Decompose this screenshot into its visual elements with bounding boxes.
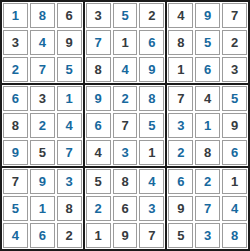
cell-r7c3[interactable]: 3	[57, 169, 82, 194]
cell-r9c5[interactable]: 9	[113, 223, 138, 248]
box-5: 928675431	[85, 85, 166, 166]
cell-r2c7[interactable]: 8	[168, 30, 193, 55]
cell-r4c7[interactable]: 7	[168, 86, 193, 111]
cell-r1c8[interactable]: 9	[195, 3, 220, 28]
cell-r3c6[interactable]: 9	[139, 57, 164, 82]
cell-r9c2[interactable]: 6	[30, 223, 55, 248]
cell-r5c6[interactable]: 5	[139, 113, 164, 138]
cell-r2c8[interactable]: 5	[195, 30, 220, 55]
box-4: 631824957	[2, 85, 83, 166]
cell-r2c1[interactable]: 3	[3, 30, 28, 55]
box-3: 497852163	[167, 2, 248, 83]
cell-r3c2[interactable]: 7	[30, 57, 55, 82]
cell-r3c7[interactable]: 1	[168, 57, 193, 82]
cell-r2c6[interactable]: 6	[139, 30, 164, 55]
box-2: 352716849	[85, 2, 166, 83]
cell-r4c5[interactable]: 2	[113, 86, 138, 111]
cell-r5c3[interactable]: 4	[57, 113, 82, 138]
cell-r3c3[interactable]: 5	[57, 57, 82, 82]
cell-r6c3[interactable]: 7	[57, 140, 82, 165]
cell-r7c6[interactable]: 4	[139, 169, 164, 194]
cell-r2c9[interactable]: 2	[222, 30, 247, 55]
cell-r9c6[interactable]: 7	[139, 223, 164, 248]
cell-r7c9[interactable]: 1	[222, 169, 247, 194]
cell-r9c4[interactable]: 1	[86, 223, 111, 248]
cell-r9c9[interactable]: 8	[222, 223, 247, 248]
cell-r7c1[interactable]: 7	[3, 169, 28, 194]
cell-r8c4[interactable]: 2	[86, 196, 111, 221]
cell-r4c2[interactable]: 3	[30, 86, 55, 111]
cell-r4c4[interactable]: 9	[86, 86, 111, 111]
cell-r2c2[interactable]: 4	[30, 30, 55, 55]
box-7: 793518462	[2, 168, 83, 249]
cell-r8c9[interactable]: 4	[222, 196, 247, 221]
cell-r4c8[interactable]: 4	[195, 86, 220, 111]
cell-r6c5[interactable]: 3	[113, 140, 138, 165]
box-8: 584263197	[85, 168, 166, 249]
box-6: 745319286	[167, 85, 248, 166]
cell-r8c5[interactable]: 6	[113, 196, 138, 221]
cell-r5c7[interactable]: 3	[168, 113, 193, 138]
cell-r2c5[interactable]: 1	[113, 30, 138, 55]
cell-r3c8[interactable]: 6	[195, 57, 220, 82]
cell-r5c5[interactable]: 7	[113, 113, 138, 138]
cell-r4c1[interactable]: 6	[3, 86, 28, 111]
cell-r6c8[interactable]: 8	[195, 140, 220, 165]
cell-r7c2[interactable]: 9	[30, 169, 55, 194]
cell-r6c7[interactable]: 2	[168, 140, 193, 165]
cell-r8c6[interactable]: 3	[139, 196, 164, 221]
cell-r4c3[interactable]: 1	[57, 86, 82, 111]
cell-r7c8[interactable]: 2	[195, 169, 220, 194]
cell-r7c4[interactable]: 5	[86, 169, 111, 194]
cell-r1c3[interactable]: 6	[57, 3, 82, 28]
cell-r1c2[interactable]: 8	[30, 3, 55, 28]
cell-r9c3[interactable]: 2	[57, 223, 82, 248]
cell-r5c8[interactable]: 1	[195, 113, 220, 138]
cell-r7c7[interactable]: 6	[168, 169, 193, 194]
cell-r7c5[interactable]: 8	[113, 169, 138, 194]
cell-r1c5[interactable]: 5	[113, 3, 138, 28]
cell-r8c1[interactable]: 5	[3, 196, 28, 221]
cell-r3c1[interactable]: 2	[3, 57, 28, 82]
cell-r8c2[interactable]: 1	[30, 196, 55, 221]
cell-r6c9[interactable]: 6	[222, 140, 247, 165]
cell-r3c4[interactable]: 8	[86, 57, 111, 82]
cell-r1c4[interactable]: 3	[86, 3, 111, 28]
cell-r6c4[interactable]: 4	[86, 140, 111, 165]
cell-r2c3[interactable]: 9	[57, 30, 82, 55]
cell-r5c2[interactable]: 2	[30, 113, 55, 138]
cell-r1c9[interactable]: 7	[222, 3, 247, 28]
cell-r6c6[interactable]: 1	[139, 140, 164, 165]
sudoku-board: 1863492753527168494978521636318249579286…	[0, 0, 250, 251]
cell-r5c1[interactable]: 8	[3, 113, 28, 138]
cell-r1c1[interactable]: 1	[3, 3, 28, 28]
cell-r5c4[interactable]: 6	[86, 113, 111, 138]
cell-r9c1[interactable]: 4	[3, 223, 28, 248]
box-1: 186349275	[2, 2, 83, 83]
cell-r8c7[interactable]: 9	[168, 196, 193, 221]
box-9: 621974538	[167, 168, 248, 249]
cell-r2c4[interactable]: 7	[86, 30, 111, 55]
cell-r4c6[interactable]: 8	[139, 86, 164, 111]
cell-r9c8[interactable]: 3	[195, 223, 220, 248]
cell-r3c9[interactable]: 3	[222, 57, 247, 82]
cell-r8c3[interactable]: 8	[57, 196, 82, 221]
cell-r1c6[interactable]: 2	[139, 3, 164, 28]
cell-r8c8[interactable]: 7	[195, 196, 220, 221]
cell-r5c9[interactable]: 9	[222, 113, 247, 138]
cell-r9c7[interactable]: 5	[168, 223, 193, 248]
cell-r6c2[interactable]: 5	[30, 140, 55, 165]
cell-r1c7[interactable]: 4	[168, 3, 193, 28]
cell-r6c1[interactable]: 9	[3, 140, 28, 165]
cell-r3c5[interactable]: 4	[113, 57, 138, 82]
cell-r4c9[interactable]: 5	[222, 86, 247, 111]
